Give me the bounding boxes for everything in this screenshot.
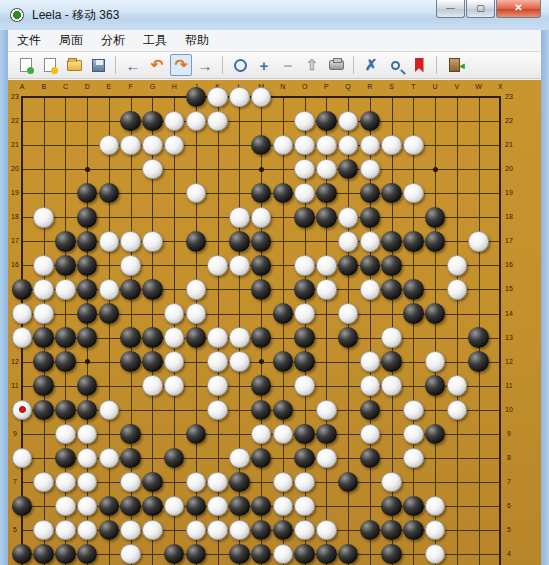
stone-black-G13: [142, 327, 163, 348]
row-label-left-18: 18: [9, 213, 21, 220]
menu-item-0[interactable]: 文件: [8, 29, 50, 52]
stone-white-E10: [99, 400, 120, 421]
stone-white-T8: [403, 448, 424, 469]
star-point-D20: [85, 167, 90, 172]
row-label-left-7: 7: [9, 478, 21, 485]
stone-white-F17: [120, 231, 141, 252]
stone-black-T5: [403, 520, 424, 541]
stone-black-S4: [381, 544, 402, 565]
new-variation-icon[interactable]: [39, 54, 61, 76]
stone-white-L5: [229, 520, 250, 541]
stone-white-K13: [207, 327, 228, 348]
stone-white-T9: [403, 424, 424, 445]
stone-black-J13: [186, 327, 207, 348]
row-label-left-17: 17: [9, 237, 21, 244]
star-point-M12: [259, 359, 264, 364]
column-label-O: O: [300, 83, 310, 90]
last-move-marker: [19, 406, 26, 413]
stone-white-A14: [12, 303, 33, 324]
stone-black-O15: [294, 279, 315, 300]
row-label-right-23: 23: [503, 93, 515, 100]
stone-black-P18: [316, 207, 337, 228]
column-label-N: N: [278, 83, 288, 90]
toolbar-separator: [436, 56, 437, 74]
stone-black-G7: [142, 472, 163, 493]
stone-white-B7: [33, 472, 54, 493]
row-label-right-13: 13: [503, 334, 515, 341]
row-label-left-5: 5: [9, 526, 21, 533]
stone-black-Q13: [338, 327, 359, 348]
stone-white-H14: [164, 303, 185, 324]
column-label-U: U: [430, 83, 440, 90]
stone-black-C10: [55, 400, 76, 421]
stone-white-O22: [294, 111, 315, 132]
column-label-R: R: [365, 83, 375, 90]
stone-white-S11: [381, 375, 402, 396]
stone-white-R17: [360, 231, 381, 252]
stone-black-B12: [33, 351, 54, 372]
stone-white-R12: [360, 351, 381, 372]
go-board[interactable]: ABCDEFGHJKLMNOPQRSTUVWX23232222212120201…: [8, 80, 541, 565]
stone-white-P10: [316, 400, 337, 421]
column-label-W: W: [474, 83, 484, 90]
stone-white-Q14: [338, 303, 359, 324]
stone-white-R15: [360, 279, 381, 300]
stone-white-K7: [207, 472, 228, 493]
row-label-left-19: 19: [9, 189, 21, 196]
stone-white-K6: [207, 496, 228, 517]
stone-black-P4: [316, 544, 337, 565]
row-label-right-11: 11: [503, 382, 515, 389]
stone-black-M13: [251, 327, 272, 348]
stone-black-D17: [77, 231, 98, 252]
stone-black-M17: [251, 231, 272, 252]
stone-black-S15: [381, 279, 402, 300]
stone-black-L6: [229, 496, 250, 517]
stone-black-N12: [273, 351, 294, 372]
stone-black-C17: [55, 231, 76, 252]
row-label-right-5: 5: [503, 526, 515, 533]
stone-white-S7: [381, 472, 402, 493]
stone-white-K10: [207, 400, 228, 421]
window-frame-right: [541, 30, 549, 565]
stone-black-G22: [142, 111, 163, 132]
row-label-right-9: 9: [503, 430, 515, 437]
stone-black-S6: [381, 496, 402, 517]
stone-black-G12: [142, 351, 163, 372]
row-label-right-4: 4: [503, 550, 515, 557]
row-label-right-21: 21: [503, 141, 515, 148]
row-label-right-6: 6: [503, 502, 515, 509]
stone-white-Q17: [338, 231, 359, 252]
stone-black-S17: [381, 231, 402, 252]
stone-white-L13: [229, 327, 250, 348]
column-label-D: D: [82, 83, 92, 90]
row-label-left-23: 23: [9, 93, 21, 100]
row-label-right-7: 7: [503, 478, 515, 485]
stone-black-J17: [186, 231, 207, 252]
stone-white-O14: [294, 303, 315, 324]
stone-black-O13: [294, 327, 315, 348]
stone-black-P9: [316, 424, 337, 445]
toolbar-separator: [222, 56, 223, 74]
row-label-right-19: 19: [503, 189, 515, 196]
title-bar[interactable]: Leela - 移动 363 —▢✕: [0, 0, 549, 30]
stone-black-S16: [381, 255, 402, 276]
redo-move-icon[interactable]: ↷: [170, 54, 192, 76]
stone-white-G17: [142, 231, 163, 252]
stone-white-O5: [294, 520, 315, 541]
stone-black-B13: [33, 327, 54, 348]
stone-white-V15: [447, 279, 468, 300]
save-file-icon[interactable]: [87, 54, 109, 76]
stone-white-C5: [55, 520, 76, 541]
stone-white-K22: [207, 111, 228, 132]
menu-bar: 文件局面分析工具帮助: [8, 30, 541, 52]
stone-white-T21: [403, 135, 424, 156]
leela-window: Leela - 移动 363 —▢✕ 文件局面分析工具帮助 ←↶↷→+−⇧✗ A…: [0, 0, 549, 565]
stone-white-P8: [316, 448, 337, 469]
stone-white-G20: [142, 159, 163, 180]
stone-black-L17: [229, 231, 250, 252]
stone-white-S13: [381, 327, 402, 348]
column-label-P: P: [321, 83, 331, 90]
stone-white-N9: [273, 424, 294, 445]
stone-white-P21: [316, 135, 337, 156]
stone-white-L23: [229, 87, 250, 108]
stone-black-U17: [425, 231, 446, 252]
row-label-left-22: 22: [9, 117, 21, 124]
stone-black-T6: [403, 496, 424, 517]
stone-white-Q18: [338, 207, 359, 228]
stone-black-J9: [186, 424, 207, 445]
stone-white-H13: [164, 327, 185, 348]
stone-black-O4: [294, 544, 315, 565]
stone-black-C4: [55, 544, 76, 565]
stone-black-T17: [403, 231, 424, 252]
stone-white-V11: [447, 375, 468, 396]
stone-black-N10: [273, 400, 294, 421]
stone-black-F13: [120, 327, 141, 348]
open-file-icon[interactable]: [63, 54, 85, 76]
stone-black-C12: [55, 351, 76, 372]
star-point-M20: [259, 167, 264, 172]
window-controls: —▢✕: [435, 0, 541, 18]
row-label-right-17: 17: [503, 237, 515, 244]
stone-white-O21: [294, 135, 315, 156]
toolbar: ←↶↷→+−⇧✗: [8, 52, 541, 79]
stone-white-G11: [142, 375, 163, 396]
stone-white-F7: [120, 472, 141, 493]
column-label-S: S: [387, 83, 397, 90]
stone-white-V10: [447, 400, 468, 421]
window-frame-left: [0, 30, 8, 565]
search-icon[interactable]: [384, 54, 406, 76]
row-label-right-18: 18: [503, 213, 515, 220]
undo-move-icon[interactable]: ↶: [146, 54, 168, 76]
stone-black-L7: [229, 472, 250, 493]
stone-black-R8: [360, 448, 381, 469]
zoom-out-icon[interactable]: −: [277, 54, 299, 76]
stone-white-R9: [360, 424, 381, 445]
stone-white-B16: [33, 255, 54, 276]
stone-white-O20: [294, 159, 315, 180]
stone-white-K5: [207, 520, 228, 541]
column-label-Q: Q: [343, 83, 353, 90]
column-label-A: A: [17, 83, 27, 90]
stone-white-K11: [207, 375, 228, 396]
column-label-G: G: [147, 83, 157, 90]
stone-black-M15: [251, 279, 272, 300]
stone-black-C8: [55, 448, 76, 469]
stone-white-G5: [142, 520, 163, 541]
column-label-C: C: [60, 83, 70, 90]
stone-black-R18: [360, 207, 381, 228]
clear-analysis-icon[interactable]: ✗: [360, 54, 382, 76]
stone-white-C7: [55, 472, 76, 493]
column-label-H: H: [169, 83, 179, 90]
menu-item-1[interactable]: 局面: [50, 29, 92, 52]
stone-white-W17: [468, 231, 489, 252]
row-label-right-16: 16: [503, 261, 515, 268]
score-estimate-icon[interactable]: [229, 54, 251, 76]
stone-black-S12: [381, 351, 402, 372]
stone-white-O11: [294, 375, 315, 396]
minimize-button[interactable]: —: [436, 0, 465, 18]
stone-black-F22: [120, 111, 141, 132]
print-icon[interactable]: [325, 54, 347, 76]
stone-black-D16: [77, 255, 98, 276]
column-label-F: F: [126, 83, 136, 90]
stone-black-U11: [425, 375, 446, 396]
stone-white-T10: [403, 400, 424, 421]
stone-white-F5: [120, 520, 141, 541]
stone-black-L4: [229, 544, 250, 565]
stone-black-Q16: [338, 255, 359, 276]
stone-black-R10: [360, 400, 381, 421]
stone-white-M18: [251, 207, 272, 228]
stone-black-B11: [33, 375, 54, 396]
stone-black-F15: [120, 279, 141, 300]
stone-black-M16: [251, 255, 272, 276]
new-game-icon[interactable]: [15, 54, 37, 76]
stone-black-R16: [360, 255, 381, 276]
stone-black-D14: [77, 303, 98, 324]
pass-move-icon[interactable]: ⇧: [301, 54, 323, 76]
stone-white-E17: [99, 231, 120, 252]
app-icon: [10, 8, 24, 22]
stone-black-W13: [468, 327, 489, 348]
stone-black-C16: [55, 255, 76, 276]
stone-white-K12: [207, 351, 228, 372]
stone-black-F9: [120, 424, 141, 445]
stone-white-L12: [229, 351, 250, 372]
row-label-right-12: 12: [503, 358, 515, 365]
row-label-right-22: 22: [503, 117, 515, 124]
stone-white-B15: [33, 279, 54, 300]
menu-item-3[interactable]: 工具: [134, 29, 176, 52]
column-label-V: V: [452, 83, 462, 90]
stone-white-O6: [294, 496, 315, 517]
column-label-E: E: [104, 83, 114, 90]
stone-white-P15: [316, 279, 337, 300]
stone-white-G21: [142, 135, 163, 156]
column-label-X: X: [495, 83, 505, 90]
stone-white-L8: [229, 448, 250, 469]
jump-back-icon[interactable]: ←: [122, 54, 144, 76]
row-label-right-8: 8: [503, 454, 515, 461]
stone-white-P20: [316, 159, 337, 180]
stone-black-G6: [142, 496, 163, 517]
window-content: 文件局面分析工具帮助 ←↶↷→+−⇧✗ ABCDEFGHJKLMNOPQRSTU…: [8, 30, 541, 565]
column-label-T: T: [408, 83, 418, 90]
stone-black-T15: [403, 279, 424, 300]
stone-black-U14: [425, 303, 446, 324]
row-label-left-9: 9: [9, 430, 21, 437]
stone-white-B14: [33, 303, 54, 324]
stone-white-J15: [186, 279, 207, 300]
star-point-D12: [85, 359, 90, 364]
stone-black-O9: [294, 424, 315, 445]
stone-white-K23: [207, 87, 228, 108]
toolbar-separator: [115, 56, 116, 74]
stone-white-V16: [447, 255, 468, 276]
row-label-right-15: 15: [503, 285, 515, 292]
zoom-in-icon[interactable]: +: [253, 54, 275, 76]
stone-black-C13: [55, 327, 76, 348]
stone-black-W12: [468, 351, 489, 372]
stone-black-D18: [77, 207, 98, 228]
stone-black-O18: [294, 207, 315, 228]
exit-icon[interactable]: [443, 54, 465, 76]
row-label-left-16: 16: [9, 261, 21, 268]
stone-white-L16: [229, 255, 250, 276]
stone-white-A13: [12, 327, 33, 348]
stone-black-B10: [33, 400, 54, 421]
stone-white-L18: [229, 207, 250, 228]
row-label-right-20: 20: [503, 165, 515, 172]
menu-item-4[interactable]: 帮助: [176, 29, 218, 52]
row-label-right-10: 10: [503, 406, 515, 413]
stone-black-F8: [120, 448, 141, 469]
stone-black-F6: [120, 496, 141, 517]
stone-white-T19: [403, 183, 424, 204]
stone-white-C6: [55, 496, 76, 517]
window-title: Leela - 移动 363: [32, 7, 119, 24]
column-label-B: B: [39, 83, 49, 90]
menu-item-2[interactable]: 分析: [92, 29, 134, 52]
row-label-left-11: 11: [9, 382, 21, 389]
close-button[interactable]: ✕: [496, 0, 541, 18]
bookmark-icon[interactable]: [408, 54, 430, 76]
stone-white-O16: [294, 255, 315, 276]
stone-black-T14: [403, 303, 424, 324]
stone-black-S5: [381, 520, 402, 541]
stone-white-E15: [99, 279, 120, 300]
stone-white-K16: [207, 255, 228, 276]
stone-black-G15: [142, 279, 163, 300]
row-label-left-12: 12: [9, 358, 21, 365]
stone-white-P16: [316, 255, 337, 276]
stone-black-P22: [316, 111, 337, 132]
row-label-left-21: 21: [9, 141, 21, 148]
stone-white-J14: [186, 303, 207, 324]
star-point-U20: [433, 167, 438, 172]
stone-black-F12: [120, 351, 141, 372]
stone-white-R11: [360, 375, 381, 396]
stone-black-P19: [316, 183, 337, 204]
stone-black-A15: [12, 279, 33, 300]
stone-white-O7: [294, 472, 315, 493]
stone-white-S21: [381, 135, 402, 156]
stone-black-U18: [425, 207, 446, 228]
stone-black-O8: [294, 448, 315, 469]
toolbar-separator: [353, 56, 354, 74]
stone-black-N14: [273, 303, 294, 324]
stone-white-U12: [425, 351, 446, 372]
maximize-button[interactable]: ▢: [466, 0, 495, 18]
stone-white-C9: [55, 424, 76, 445]
stone-white-P5: [316, 520, 337, 541]
row-label-left-20: 20: [9, 165, 21, 172]
stone-black-E14: [99, 303, 120, 324]
stone-black-D15: [77, 279, 98, 300]
stone-white-B18: [33, 207, 54, 228]
stone-black-O12: [294, 351, 315, 372]
row-label-right-14: 14: [503, 310, 515, 317]
jump-forward-icon[interactable]: →: [194, 54, 216, 76]
stone-white-C15: [55, 279, 76, 300]
stone-white-F16: [120, 255, 141, 276]
